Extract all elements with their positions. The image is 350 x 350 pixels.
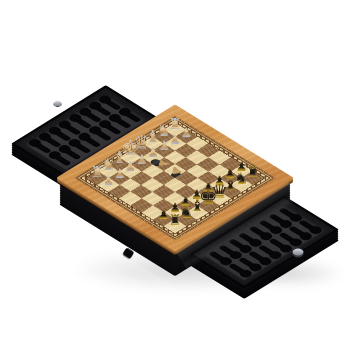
black-rook[interactable]: ♜ (153, 213, 197, 228)
board-square (153, 185, 175, 199)
left-drawer-knob[interactable] (52, 100, 63, 107)
board-square (142, 192, 164, 206)
white-rook[interactable]: ♜ (75, 165, 119, 180)
black-pawn[interactable]: ♟ (186, 181, 230, 194)
board-square (208, 164, 230, 178)
board-square (164, 192, 186, 206)
board-square (197, 157, 219, 171)
board-square: ♟ (164, 206, 186, 220)
black-pawn[interactable]: ♟ (164, 195, 208, 208)
black-pawn[interactable]: ♟ (153, 202, 197, 215)
fallen-piece-felt-base (169, 171, 184, 180)
board-square (164, 178, 186, 192)
board-square: ♝ (220, 185, 242, 199)
board-square: ♜ (86, 171, 108, 185)
board-square (175, 143, 197, 157)
white-knight[interactable]: ♞ (86, 157, 130, 173)
board-square (186, 137, 208, 151)
board-square: ♟ (153, 213, 175, 227)
board-square: ♞ (175, 213, 197, 227)
board-square: ♞ (153, 130, 175, 144)
board-square: ♟ (164, 137, 186, 151)
black-pawn[interactable]: ♟ (198, 174, 242, 187)
board-square: ♟ (153, 157, 175, 171)
white-pawn[interactable]: ♟ (108, 160, 152, 173)
board-square: ♟ (142, 150, 164, 164)
board-square: ♟ (197, 185, 219, 199)
board-square: ♜ (164, 123, 186, 137)
white-pawn[interactable]: ♟ (153, 132, 197, 145)
board-square: ♟ (130, 157, 152, 171)
checkerboard: ♜♟♟♜♞♟♟♞♝♟♟♝♛♟♟♟♟♛♚♟♟♚♝♟♟♝♞♟♟♞♜♟♟♜ (86, 123, 264, 233)
board-square (197, 171, 219, 185)
fallen-piece-body: ♟ (156, 159, 172, 169)
board-square: ♟ (175, 130, 197, 144)
board-square (197, 143, 219, 157)
white-pawn[interactable]: ♟ (131, 146, 175, 159)
board-square: ♞ (97, 164, 119, 178)
fallen-piece-body: ♟ (168, 165, 184, 176)
white-pawn[interactable]: ♟ (164, 126, 208, 139)
black-rook[interactable]: ♜ (231, 165, 275, 180)
board-square: ♟ (186, 192, 208, 206)
board-square (108, 185, 130, 199)
board-square: ♟ (108, 171, 130, 185)
white-rook[interactable]: ♜ (153, 117, 197, 132)
black-bishop[interactable]: ♝ (175, 198, 219, 214)
board-square: ♚ (197, 199, 219, 213)
board-square: ♟ (231, 164, 253, 178)
black-pawn[interactable]: ♟ (209, 167, 253, 180)
board-square: ♟ (208, 178, 230, 192)
board-square: ♝ (108, 157, 130, 171)
board-square: ♟ (119, 164, 141, 178)
black-pawn[interactable]: ♟ (220, 160, 264, 173)
board-square (142, 178, 164, 192)
board-square: ♟ (175, 199, 197, 213)
board-square (164, 150, 186, 164)
white-bishop[interactable]: ♝ (131, 129, 175, 145)
board-square: ♚ (119, 150, 141, 164)
board-square: ♟ (220, 171, 242, 185)
board-square (130, 171, 152, 185)
white-pawn[interactable]: ♟ (142, 139, 186, 152)
board-square (130, 199, 152, 213)
board-square (153, 199, 175, 213)
board-square (186, 164, 208, 178)
white-pawn[interactable]: ♟ (120, 153, 164, 166)
board-square: ♜ (164, 219, 186, 233)
board-square: ♝ (186, 206, 208, 220)
board-square (119, 192, 141, 206)
board-square: ♜ (242, 171, 264, 185)
board-square (119, 178, 141, 192)
white-pawn[interactable]: ♟ (86, 174, 130, 187)
board-square (175, 157, 197, 171)
chess-box: ♜♟♟♜♞♟♟♞♝♟♟♝♛♟♟♟♟♛♚♟♟♚♝♟♟♝♞♟♟♞♜♟♟♜ (56, 104, 294, 251)
black-pawn[interactable]: ♟ (142, 208, 186, 221)
fallen-piece-felt-base (149, 158, 164, 167)
board-square (175, 171, 197, 185)
black-knight[interactable]: ♞ (220, 171, 264, 187)
product-photo-chess-set: ♜♟♟♜♞♟♟♞♝♟♟♝♛♟♟♟♟♛♚♟♟♚♝♟♟♝♞♟♟♞♜♟♟♜ (0, 0, 350, 350)
board-square (186, 178, 208, 192)
black-pawn[interactable]: ♟ (175, 188, 219, 201)
board-square (175, 185, 197, 199)
board-square: ♛ (130, 143, 152, 157)
board-square: ♞ (231, 178, 253, 192)
black-bishop[interactable]: ♝ (209, 177, 253, 193)
white-knight[interactable]: ♞ (142, 123, 186, 139)
white-queen[interactable]: ♛ (120, 133, 164, 152)
board-square: ♟ (153, 143, 175, 157)
board-square: ♟ (164, 164, 186, 178)
board-square: ♛ (208, 192, 230, 206)
board-square: ♟ (97, 178, 119, 192)
white-pawn[interactable]: ♟ (97, 167, 141, 180)
board-square: ♝ (142, 137, 164, 151)
black-knight[interactable]: ♞ (164, 205, 208, 221)
white-king[interactable]: ♚ (108, 138, 152, 159)
white-bishop[interactable]: ♝ (97, 150, 141, 166)
black-queen[interactable]: ♛ (198, 182, 242, 201)
board-square (153, 171, 175, 185)
board-square (142, 206, 164, 220)
black-king[interactable]: ♚ (186, 187, 230, 208)
board-square (130, 185, 152, 199)
board-square (220, 157, 242, 171)
board-square (208, 150, 230, 164)
board-square (186, 150, 208, 164)
board-square (142, 164, 164, 178)
